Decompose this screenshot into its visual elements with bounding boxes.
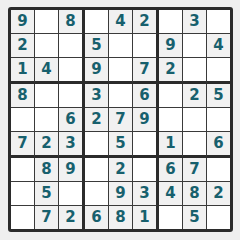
sudoku-cell-r9c4[interactable]: 6: [85, 206, 109, 229]
sudoku-cell-r1c7[interactable]: [159, 10, 183, 34]
sudoku-cell-r7c2[interactable]: 8: [35, 158, 59, 182]
sudoku-cell-r8c1[interactable]: [11, 182, 35, 206]
sudoku-cell-r8c4[interactable]: [85, 182, 109, 206]
sudoku-cell-r7c1[interactable]: [11, 158, 35, 182]
sudoku-cell-r3c8[interactable]: [183, 58, 207, 84]
board-row: 83625: [11, 84, 230, 108]
sudoku-cell-r1c1[interactable]: 9: [11, 10, 35, 34]
sudoku-cell-r8c2[interactable]: 5: [35, 182, 59, 206]
sudoku-cell-r4c6[interactable]: 6: [133, 84, 159, 108]
sudoku-cell-r9c6[interactable]: 1: [133, 206, 159, 229]
sudoku-cell-r6c2[interactable]: 2: [35, 132, 59, 158]
sudoku-cell-r3c7[interactable]: 2: [159, 58, 183, 84]
sudoku-cell-r2c5[interactable]: [109, 34, 133, 58]
sudoku-cell-r4c8[interactable]: 2: [183, 84, 207, 108]
sudoku-cell-r5c8[interactable]: [183, 108, 207, 132]
sudoku-cell-r6c3[interactable]: 3: [59, 132, 85, 158]
sudoku-cell-r8c6[interactable]: 3: [133, 182, 159, 206]
sudoku-cell-r2c2[interactable]: [35, 34, 59, 58]
sudoku-cell-r1c8[interactable]: 3: [183, 10, 207, 34]
sudoku-cell-r1c4[interactable]: [85, 10, 109, 34]
sudoku-cell-r8c9[interactable]: 2: [207, 182, 230, 206]
sudoku-cell-r5c3[interactable]: 6: [59, 108, 85, 132]
sudoku-cell-r6c9[interactable]: 6: [207, 132, 230, 158]
sudoku-cell-r4c2[interactable]: [35, 84, 59, 108]
sudoku-cell-r3c9[interactable]: [207, 58, 230, 84]
sudoku-cell-r5c7[interactable]: [159, 108, 183, 132]
sudoku-cell-r6c6[interactable]: [133, 132, 159, 158]
sudoku-cell-r7c8[interactable]: 7: [183, 158, 207, 182]
sudoku-cell-r4c4[interactable]: 3: [85, 84, 109, 108]
sudoku-cell-r1c3[interactable]: 8: [59, 10, 85, 34]
sudoku-cell-r3c2[interactable]: 4: [35, 58, 59, 84]
sudoku-cell-r1c6[interactable]: 2: [133, 10, 159, 34]
sudoku-cell-r7c4[interactable]: [85, 158, 109, 182]
sudoku-cell-r5c1[interactable]: [11, 108, 35, 132]
sudoku-cell-r3c3[interactable]: [59, 58, 85, 84]
sudoku-cell-r7c3[interactable]: 9: [59, 158, 85, 182]
sudoku-cell-r9c5[interactable]: 8: [109, 206, 133, 229]
sudoku-cell-r4c3[interactable]: [59, 84, 85, 108]
board-row: 89267: [11, 158, 230, 182]
sudoku-cell-r5c4[interactable]: 2: [85, 108, 109, 132]
board-row: 723516: [11, 132, 230, 158]
sudoku-cell-r9c9[interactable]: [207, 206, 230, 229]
sudoku-cell-r6c4[interactable]: [85, 132, 109, 158]
sudoku-cell-r9c7[interactable]: [159, 206, 183, 229]
sudoku-cell-r2c3[interactable]: [59, 34, 85, 58]
sudoku-cell-r2c4[interactable]: 5: [85, 34, 109, 58]
sudoku-cell-r4c9[interactable]: 5: [207, 84, 230, 108]
sudoku-cell-r8c8[interactable]: 8: [183, 182, 207, 206]
sudoku-cell-r2c1[interactable]: 2: [11, 34, 35, 58]
sudoku-cell-r5c9[interactable]: [207, 108, 230, 132]
sudoku-cell-r1c9[interactable]: [207, 10, 230, 34]
board-row: 2594: [11, 34, 230, 58]
sudoku-cell-r4c1[interactable]: 8: [11, 84, 35, 108]
sudoku-cell-r2c6[interactable]: [133, 34, 159, 58]
sudoku-cell-r5c5[interactable]: 7: [109, 108, 133, 132]
sudoku-cell-r1c2[interactable]: [35, 10, 59, 34]
sudoku-cell-r9c2[interactable]: 7: [35, 206, 59, 229]
sudoku-cell-r6c7[interactable]: 1: [159, 132, 183, 158]
sudoku-cell-r3c5[interactable]: [109, 58, 133, 84]
sudoku-cell-r7c6[interactable]: [133, 158, 159, 182]
sudoku-cell-r9c1[interactable]: [11, 206, 35, 229]
board-row: 98423: [11, 10, 230, 34]
sudoku-cell-r7c7[interactable]: 6: [159, 158, 183, 182]
board-row: 593482: [11, 182, 230, 206]
sudoku-cell-r7c9[interactable]: [207, 158, 230, 182]
sudoku-cell-r7c5[interactable]: 2: [109, 158, 133, 182]
sudoku-cell-r6c1[interactable]: 7: [11, 132, 35, 158]
sudoku-cell-r4c7[interactable]: [159, 84, 183, 108]
sudoku-cell-r9c3[interactable]: 2: [59, 206, 85, 229]
sudoku-cell-r3c4[interactable]: 9: [85, 58, 109, 84]
sudoku-cell-r1c5[interactable]: 4: [109, 10, 133, 34]
sudoku-cell-r8c5[interactable]: 9: [109, 182, 133, 206]
sudoku-cell-r5c2[interactable]: [35, 108, 59, 132]
sudoku-cell-r2c9[interactable]: 4: [207, 34, 230, 58]
sudoku-cell-r2c7[interactable]: 9: [159, 34, 183, 58]
sudoku-cell-r8c3[interactable]: [59, 182, 85, 206]
sudoku-cell-r3c6[interactable]: 7: [133, 58, 159, 84]
sudoku-cell-r6c8[interactable]: [183, 132, 207, 158]
board-row: 14972: [11, 58, 230, 84]
sudoku-cell-r4c5[interactable]: [109, 84, 133, 108]
board-row: 6279: [11, 108, 230, 132]
sudoku-cell-r9c8[interactable]: 5: [183, 206, 207, 229]
sudoku-cell-r2c8[interactable]: [183, 34, 207, 58]
sudoku-cell-r6c5[interactable]: 5: [109, 132, 133, 158]
sudoku-cell-r3c1[interactable]: 1: [11, 58, 35, 84]
board-row: 726815: [11, 206, 230, 229]
sudoku-cell-r8c7[interactable]: 4: [159, 182, 183, 206]
sudoku-board: 9842325941497283625627972351689267593482…: [8, 7, 233, 232]
sudoku-cell-r5c6[interactable]: 9: [133, 108, 159, 132]
